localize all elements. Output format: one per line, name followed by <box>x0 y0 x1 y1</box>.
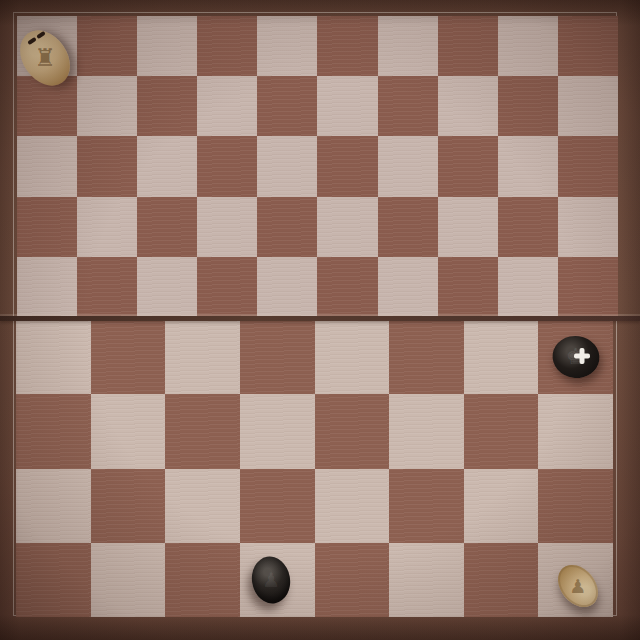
board-square <box>498 16 558 76</box>
board-square <box>197 16 257 76</box>
board-square <box>498 197 558 257</box>
board-square <box>558 197 618 257</box>
board-square <box>389 543 464 617</box>
board-square <box>558 136 618 196</box>
board-square <box>464 469 539 543</box>
board-square <box>16 543 91 617</box>
board-square <box>438 197 498 257</box>
board-square <box>317 257 377 317</box>
board-square <box>315 469 390 543</box>
board-square <box>317 197 377 257</box>
board-square <box>378 76 438 136</box>
board-square <box>438 136 498 196</box>
board-square <box>257 197 317 257</box>
board-bottom-half <box>16 320 613 617</box>
board-square <box>315 394 390 468</box>
board-square <box>317 16 377 76</box>
board-square <box>315 543 390 617</box>
board-square <box>77 197 137 257</box>
board-square <box>538 394 613 468</box>
board-square <box>498 76 558 136</box>
board-square <box>257 257 317 317</box>
board-square <box>17 136 77 196</box>
board-square <box>240 394 315 468</box>
board-square <box>389 394 464 468</box>
board-square <box>137 257 197 317</box>
board-top-half <box>17 16 618 317</box>
board-square <box>77 136 137 196</box>
board-square <box>378 197 438 257</box>
board-square <box>137 16 197 76</box>
board-square <box>197 197 257 257</box>
board-square <box>77 76 137 136</box>
board-square <box>257 136 317 196</box>
chessboard-photo: ♜♚♟♟ <box>0 0 640 640</box>
board-square <box>91 543 166 617</box>
board-square <box>91 320 166 394</box>
board-square <box>165 394 240 468</box>
board-square <box>464 394 539 468</box>
board-square <box>77 16 137 76</box>
board-square <box>197 136 257 196</box>
board-square <box>16 469 91 543</box>
board-square <box>558 16 618 76</box>
board-square <box>165 469 240 543</box>
board-square <box>17 257 77 317</box>
board-square <box>438 76 498 136</box>
board-square <box>91 394 166 468</box>
board-square <box>378 257 438 317</box>
board-square <box>315 320 390 394</box>
board-square <box>16 394 91 468</box>
board-square <box>438 16 498 76</box>
board-square <box>464 320 539 394</box>
board-square <box>16 320 91 394</box>
board-square <box>257 76 317 136</box>
piece-glyph: ♟ <box>262 570 280 590</box>
board-square <box>498 136 558 196</box>
board-square <box>240 469 315 543</box>
board-square <box>378 136 438 196</box>
board-square <box>558 257 618 317</box>
board-square <box>257 16 317 76</box>
board-square <box>137 76 197 136</box>
board-square <box>389 320 464 394</box>
board-square <box>389 469 464 543</box>
board-square <box>538 469 613 543</box>
board-square <box>165 320 240 394</box>
board-square <box>17 197 77 257</box>
board-square <box>317 136 377 196</box>
piece-glyph: ♟ <box>569 576 586 595</box>
board-square <box>197 257 257 317</box>
board-square <box>91 469 166 543</box>
board-square <box>77 257 137 317</box>
board-square <box>240 320 315 394</box>
piece-glyph: ♜ <box>34 46 56 70</box>
board-square <box>464 543 539 617</box>
board-square <box>137 136 197 196</box>
king-cross-finial <box>574 354 590 359</box>
board-square <box>498 257 558 317</box>
board-square <box>197 76 257 136</box>
board-fold-line <box>0 316 640 321</box>
board-square <box>558 76 618 136</box>
board-square <box>378 16 438 76</box>
board-square <box>137 197 197 257</box>
board-square <box>165 543 240 617</box>
board-square <box>438 257 498 317</box>
board-square <box>317 76 377 136</box>
